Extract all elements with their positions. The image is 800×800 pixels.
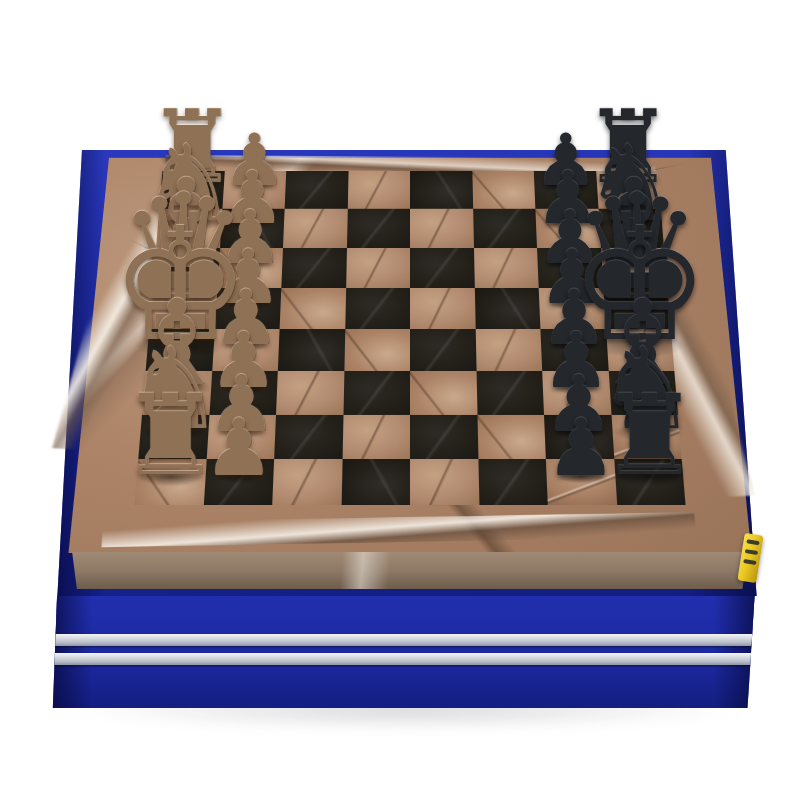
square-b6: [473, 209, 537, 248]
square-c4: [346, 248, 410, 288]
square-f7: [542, 371, 611, 414]
square-a5: [410, 171, 473, 209]
square-e1: [146, 329, 215, 371]
square-b7: [535, 209, 600, 248]
square-f2: [209, 371, 278, 414]
square-b4: [346, 209, 410, 248]
square-d5: [410, 288, 475, 329]
square-d6: [474, 288, 540, 329]
square-d8: [603, 288, 671, 329]
square-b1: [156, 209, 222, 248]
square-c6: [474, 248, 539, 288]
square-c1: [153, 248, 220, 288]
square-h7: [546, 459, 617, 505]
square-a4: [347, 171, 410, 209]
board-front-edge: [68, 552, 752, 589]
square-f8: [608, 371, 678, 414]
chess-set-photo: ♜♟♟♜♞♟♟♞♝♟♟♝♛♟♟♛♚♟♟♚♝♟♟♝♞♟♟♞♜♟♟♜: [0, 0, 800, 800]
square-g8: [611, 414, 682, 459]
square-e5: [410, 329, 476, 371]
square-c5: [410, 248, 474, 288]
square-a8: [596, 171, 661, 209]
square-f6: [476, 371, 544, 414]
square-g4: [342, 414, 410, 459]
square-g2: [206, 414, 276, 459]
square-a6: [472, 171, 535, 209]
marble-vein: [102, 512, 698, 547]
square-e6: [475, 329, 542, 371]
square-a7: [534, 171, 598, 209]
square-h6: [478, 459, 548, 505]
silver-stripe-lower: [50, 653, 756, 665]
square-f4: [343, 371, 410, 414]
square-g3: [274, 414, 343, 459]
square-e7: [540, 329, 608, 371]
square-d3: [280, 288, 346, 329]
square-c7: [537, 248, 603, 288]
square-a2: [222, 171, 286, 209]
square-d4: [345, 288, 410, 329]
square-d1: [149, 288, 217, 329]
square-b2: [219, 209, 284, 248]
square-g6: [477, 414, 546, 459]
square-g7: [544, 414, 614, 459]
square-h1: [134, 459, 206, 505]
square-f3: [276, 371, 344, 414]
square-g5: [410, 414, 478, 459]
square-b5: [410, 209, 474, 248]
square-e4: [344, 329, 410, 371]
square-d2: [214, 288, 281, 329]
square-a1: [159, 171, 224, 209]
square-c3: [281, 248, 346, 288]
chess-board: [68, 158, 751, 554]
silver-stripe-upper: [50, 634, 756, 646]
marble-vein: [164, 155, 655, 172]
square-h4: [341, 459, 410, 505]
square-a3: [285, 171, 348, 209]
square-h2: [203, 459, 274, 505]
velvet-box-front: [50, 596, 756, 708]
board-grid: [134, 171, 685, 505]
square-f1: [142, 371, 212, 414]
square-e2: [212, 329, 280, 371]
square-f5: [410, 371, 477, 414]
square-e8: [606, 329, 675, 371]
square-c2: [217, 248, 283, 288]
square-e3: [278, 329, 345, 371]
square-d7: [539, 288, 606, 329]
square-b3: [283, 209, 347, 248]
square-g1: [138, 414, 209, 459]
square-h8: [614, 459, 686, 505]
square-c8: [601, 248, 668, 288]
square-h5: [410, 459, 479, 505]
square-b8: [598, 209, 664, 248]
square-h3: [272, 459, 342, 505]
